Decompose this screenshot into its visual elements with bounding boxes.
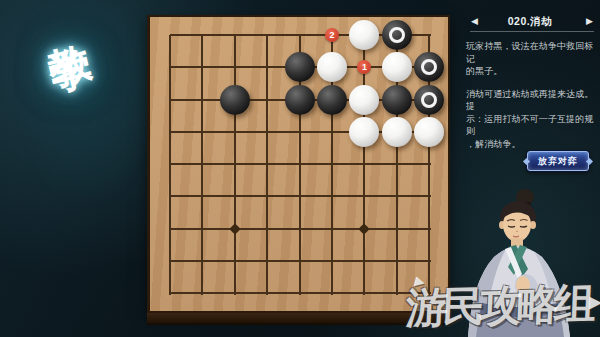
resign-game-button[interactable]: 放弃对弈 bbox=[527, 151, 589, 171]
lesson-header-divider bbox=[470, 31, 594, 32]
grid-line-vertical bbox=[266, 35, 268, 295]
objective-line-2: 的黑子。 bbox=[466, 66, 502, 76]
next-lesson-arrow-icon[interactable]: ▶ bbox=[586, 16, 593, 26]
stone-white bbox=[349, 85, 379, 115]
grid-line-vertical bbox=[169, 35, 171, 295]
stone-black bbox=[220, 85, 250, 115]
grid-line-vertical bbox=[201, 35, 203, 295]
move-number-marker: 2 bbox=[325, 28, 339, 42]
stone-white bbox=[382, 117, 412, 147]
go-board[interactable]: 21 bbox=[147, 15, 450, 325]
stone-white bbox=[382, 52, 412, 82]
hint-line-2: 示：运用打劫不可一子互提的规则 bbox=[466, 114, 593, 137]
stone-black bbox=[285, 85, 315, 115]
objective-line-1: 玩家持黑，设法在劫争中救回标记 bbox=[466, 41, 593, 64]
grid-line-horizontal bbox=[170, 292, 431, 294]
lesson-header: ◀ 020.消劫 ▶ bbox=[462, 12, 598, 34]
stone-black bbox=[285, 52, 315, 82]
stone-black-marked bbox=[414, 85, 444, 115]
hint-line-3: ，解消劫争。 bbox=[466, 139, 521, 149]
grid-line-horizontal bbox=[170, 260, 431, 262]
hint-line-1: 消劫可通过粘劫或再提来达成。提 bbox=[466, 89, 593, 112]
stone-black-marked bbox=[382, 20, 412, 50]
stone-black bbox=[382, 85, 412, 115]
stone-black bbox=[317, 85, 347, 115]
stone-white bbox=[414, 117, 444, 147]
grid-line-horizontal bbox=[170, 228, 431, 230]
go-board-side-edge bbox=[147, 313, 450, 325]
grid-line-horizontal bbox=[170, 195, 431, 197]
lesson-objective-text: 玩家持黑，设法在劫争中救回标记 的黑子。 bbox=[466, 40, 598, 78]
tutor-character-illustration bbox=[450, 185, 592, 337]
grid-line-vertical bbox=[234, 35, 236, 295]
lesson-panel: ◀ 020.消劫 ▶ 玩家持黑，设法在劫争中救回标记 的黑子。 消劫可通过粘劫或… bbox=[462, 12, 598, 150]
tutor-character-portrait bbox=[450, 185, 592, 337]
lesson-hint-text: 消劫可通过粘劫或再提来达成。提 示：运用打劫不可一子互提的规则 ，解消劫争。 bbox=[466, 88, 598, 151]
stone-white bbox=[349, 117, 379, 147]
grid-line-horizontal bbox=[170, 163, 431, 165]
lesson-title: 020.消劫 bbox=[462, 15, 598, 29]
